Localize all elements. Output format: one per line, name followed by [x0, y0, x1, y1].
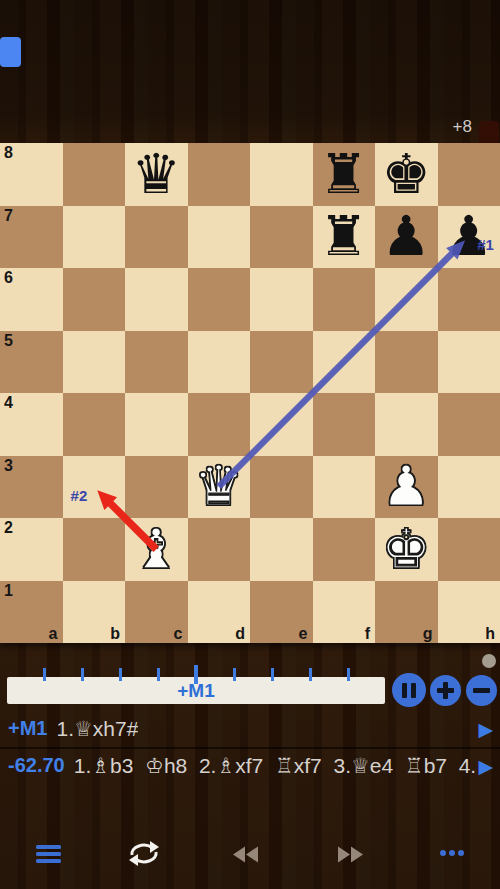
file-label: h: [485, 625, 495, 643]
rank-label: 4: [4, 394, 13, 412]
menu-button[interactable]: [36, 845, 61, 867]
piece-black-king[interactable]: ♚: [375, 143, 438, 206]
square-d6[interactable]: [188, 268, 251, 331]
square-b8[interactable]: [63, 143, 126, 206]
pause-icon: [402, 683, 416, 698]
piece-white-king[interactable]: ♚: [375, 518, 438, 581]
square-h8[interactable]: [438, 143, 500, 206]
pause-button[interactable]: [392, 673, 426, 707]
square-c3[interactable]: [125, 456, 188, 519]
square-a5[interactable]: 5: [0, 331, 63, 394]
rank-label: 5: [4, 332, 13, 350]
rewind-icon: [233, 847, 258, 863]
file-label: a: [49, 625, 58, 643]
square-b1[interactable]: b: [63, 581, 126, 644]
square-b5[interactable]: [63, 331, 126, 394]
minus-icon: [473, 688, 490, 693]
piece-black-pawn[interactable]: ♟: [375, 206, 438, 269]
slider-tick: [81, 668, 84, 681]
square-h4[interactable]: [438, 393, 500, 456]
piece-white-pawn[interactable]: ♟: [375, 456, 438, 519]
hamburger-icon: [36, 845, 61, 849]
slider-tick: [309, 668, 312, 681]
square-c1[interactable]: c: [125, 581, 188, 644]
rank-label: 3: [4, 457, 13, 475]
square-b4[interactable]: [63, 393, 126, 456]
square-f3[interactable]: [313, 456, 376, 519]
square-a2[interactable]: 2: [0, 518, 63, 581]
forward-button[interactable]: [336, 846, 365, 863]
square-d4[interactable]: [188, 393, 251, 456]
eval-slider[interactable]: +M1: [7, 677, 385, 704]
square-f7[interactable]: ♜: [313, 206, 376, 269]
square-c5[interactable]: [125, 331, 188, 394]
rank-label: 1: [4, 582, 13, 600]
slider-tick: [43, 668, 46, 681]
line1-moves: 1.♕xh7#: [56, 717, 138, 741]
app-screen: +8 8♛♜♚7♜♟♟6543♛♟2♝♚1abcdefgh #1#2 +M1 +…: [0, 0, 500, 889]
square-h6[interactable]: [438, 268, 500, 331]
square-d1[interactable]: d: [188, 581, 251, 644]
square-b3[interactable]: [63, 456, 126, 519]
rewind-button[interactable]: [231, 846, 260, 863]
slider-tick: [119, 668, 122, 681]
square-g2[interactable]: ♚: [375, 518, 438, 581]
square-e1[interactable]: e: [250, 581, 313, 644]
square-e8[interactable]: [250, 143, 313, 206]
chess-board[interactable]: 8♛♜♚7♜♟♟6543♛♟2♝♚1abcdefgh: [0, 143, 500, 643]
slider-tick: [271, 668, 274, 681]
square-f8[interactable]: ♜: [313, 143, 376, 206]
square-a4[interactable]: 4: [0, 393, 63, 456]
square-f6[interactable]: [313, 268, 376, 331]
rank-label: 7: [4, 207, 13, 225]
engine-score: +8: [453, 117, 472, 137]
slider-tick: [194, 665, 198, 684]
file-label: c: [174, 625, 183, 643]
square-h2[interactable]: [438, 518, 500, 581]
square-d2[interactable]: [188, 518, 251, 581]
square-a1[interactable]: 1a: [0, 581, 63, 644]
rank-label: 8: [4, 144, 13, 162]
square-c4[interactable]: [125, 393, 188, 456]
square-e2[interactable]: [250, 518, 313, 581]
plus-icon: [437, 682, 454, 699]
square-f2[interactable]: [313, 518, 376, 581]
square-e6[interactable]: [250, 268, 313, 331]
square-g4[interactable]: [375, 393, 438, 456]
file-label: f: [365, 625, 370, 643]
square-e5[interactable]: [250, 331, 313, 394]
square-a7[interactable]: 7: [0, 206, 63, 269]
rank-label: 6: [4, 269, 13, 287]
square-b6[interactable]: [63, 268, 126, 331]
square-c7[interactable]: [125, 206, 188, 269]
status-dot: [482, 654, 496, 668]
piece-black-rook[interactable]: ♜: [313, 143, 376, 206]
square-a8[interactable]: 8: [0, 143, 63, 206]
play-line1-button[interactable]: ▶: [478, 718, 493, 740]
square-c6[interactable]: [125, 268, 188, 331]
line2-moves: 1.♗b3 ♔h8 2.♗xf7 ♖xf7 3.♕e4 ♖b7 4.: [74, 754, 477, 778]
square-d5[interactable]: [188, 331, 251, 394]
square-f4[interactable]: [313, 393, 376, 456]
piece-black-queen[interactable]: ♛: [125, 143, 188, 206]
square-c8[interactable]: ♛: [125, 143, 188, 206]
square-e4[interactable]: [250, 393, 313, 456]
square-d3[interactable]: ♛: [188, 456, 251, 519]
play-line2-button[interactable]: ▶: [478, 755, 493, 777]
square-h3[interactable]: [438, 456, 500, 519]
repeat-button[interactable]: [126, 840, 162, 867]
square-b7[interactable]: [63, 206, 126, 269]
square-f1[interactable]: f: [313, 581, 376, 644]
square-h7[interactable]: ♟: [438, 206, 500, 269]
analysis-line-2[interactable]: -62.70 1.♗b3 ♔h8 2.♗xf7 ♖xf7 3.♕e4 ♖b7 4…: [0, 749, 500, 782]
analysis-line-1[interactable]: +M1 1.♕xh7# ▶: [0, 710, 500, 747]
square-d8[interactable]: [188, 143, 251, 206]
piece-black-rook[interactable]: ♜: [313, 206, 376, 269]
slider-tick: [233, 668, 236, 681]
square-c2[interactable]: ♝: [125, 518, 188, 581]
plus-button[interactable]: [430, 675, 461, 706]
square-g8[interactable]: ♚: [375, 143, 438, 206]
square-a3[interactable]: 3: [0, 456, 63, 519]
piece-white-queen[interactable]: ♛: [188, 456, 251, 519]
ellipsis-icon: [440, 850, 446, 856]
line1-eval: +M1: [8, 717, 47, 740]
square-g7[interactable]: ♟: [375, 206, 438, 269]
piece-white-bishop[interactable]: ♝: [125, 518, 188, 581]
file-label: g: [423, 625, 433, 643]
line2-eval: -62.70: [8, 754, 65, 777]
more-button[interactable]: [440, 850, 464, 856]
square-b2[interactable]: [63, 518, 126, 581]
square-h1[interactable]: h: [438, 581, 500, 644]
square-f5[interactable]: [313, 331, 376, 394]
file-label: e: [299, 625, 308, 643]
square-d7[interactable]: [188, 206, 251, 269]
piece-black-pawn[interactable]: ♟: [438, 206, 500, 269]
rank-label: 2: [4, 519, 13, 537]
status-chip: [0, 37, 21, 67]
square-g1[interactable]: g: [375, 581, 438, 644]
square-g5[interactable]: [375, 331, 438, 394]
file-label: d: [235, 625, 245, 643]
fast-forward-icon: [338, 847, 363, 863]
slider-tick: [157, 668, 160, 681]
square-g3[interactable]: ♟: [375, 456, 438, 519]
square-e7[interactable]: [250, 206, 313, 269]
minus-button[interactable]: [466, 675, 497, 706]
square-g6[interactable]: [375, 268, 438, 331]
slider-tick: [347, 668, 350, 681]
square-e3[interactable]: [250, 456, 313, 519]
file-label: b: [110, 625, 120, 643]
square-a6[interactable]: 6: [0, 268, 63, 331]
square-h5[interactable]: [438, 331, 500, 394]
